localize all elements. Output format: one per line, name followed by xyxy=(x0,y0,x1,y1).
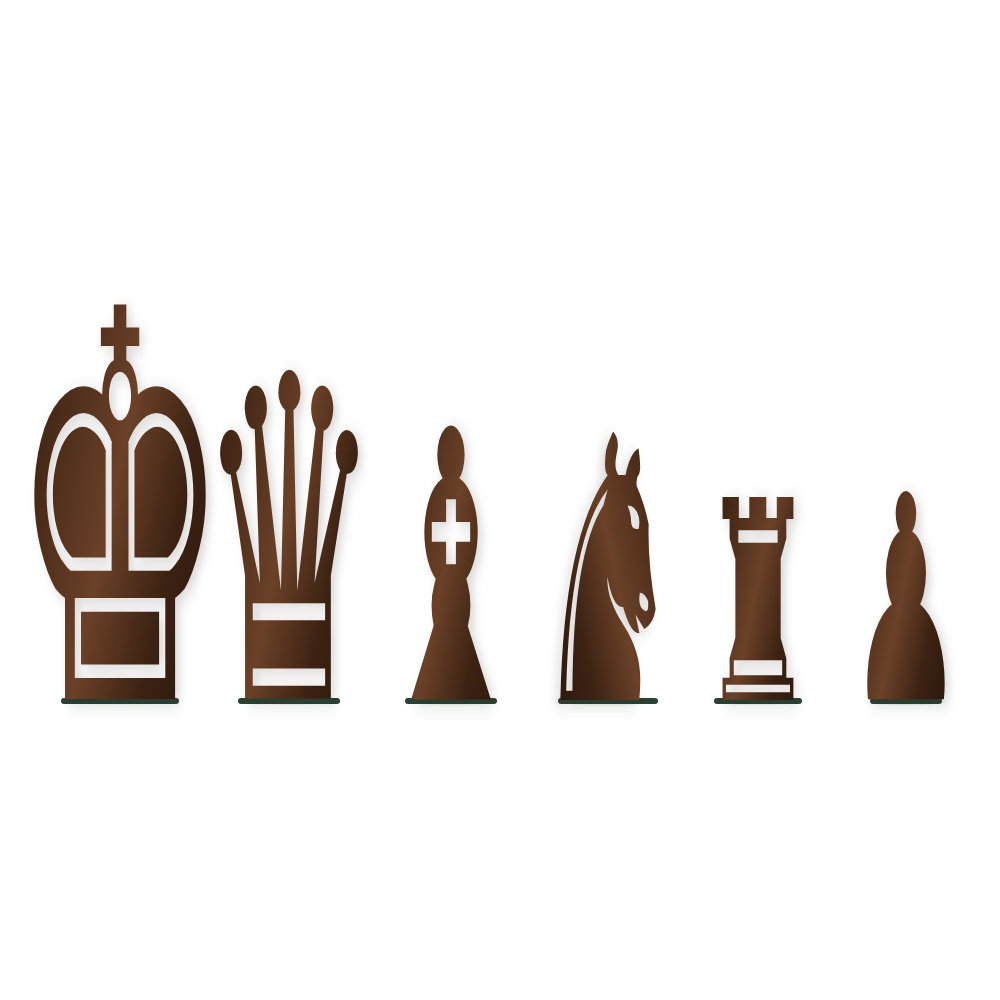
product-photo-canvas: ♚ ♛ ♝ ♞ ♜ ♟ xyxy=(0,0,1000,1000)
knight-glyph: ♞ xyxy=(533,390,682,758)
queen-glyph: ♛ xyxy=(198,319,381,769)
bishop-glyph: ♝ xyxy=(375,383,527,758)
pawn-glyph: ♟ xyxy=(848,459,964,744)
rook-glyph: ♜ xyxy=(702,466,815,744)
